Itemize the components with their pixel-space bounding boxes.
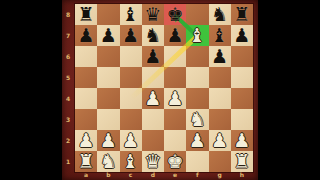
file-label-a: a bbox=[75, 171, 97, 179]
square-a7[interactable]: ♟ bbox=[75, 25, 97, 46]
square-d8[interactable]: ♛ bbox=[142, 4, 164, 25]
white-pawn: ♟ bbox=[122, 130, 139, 151]
file-label-b: b bbox=[97, 171, 119, 179]
square-h3[interactable] bbox=[231, 109, 253, 130]
square-g6[interactable]: ♟ bbox=[209, 46, 231, 67]
square-f4[interactable] bbox=[186, 88, 208, 109]
square-b7[interactable]: ♟ bbox=[97, 25, 119, 46]
white-king: ♚ bbox=[167, 151, 184, 172]
square-f3[interactable]: ♞ bbox=[186, 109, 208, 130]
square-e4[interactable]: ♟ bbox=[164, 88, 186, 109]
square-g7[interactable]: ♝ bbox=[209, 25, 231, 46]
square-d3[interactable] bbox=[142, 109, 164, 130]
white-pawn: ♟ bbox=[189, 130, 206, 151]
square-c4[interactable] bbox=[120, 88, 142, 109]
black-rook: ♜ bbox=[78, 4, 95, 25]
chess-board: ♜♝♛♚♞♜♟♟♟♞♟♝♝♟♟♟♟♟♞♟♟♟♟♟♟♜♞♝♛♚♜ bbox=[75, 4, 253, 172]
square-d1[interactable]: ♛ bbox=[142, 151, 164, 172]
square-f6[interactable] bbox=[186, 46, 208, 67]
rank-label-5: 5 bbox=[63, 67, 73, 88]
square-h1[interactable]: ♜ bbox=[231, 151, 253, 172]
black-rook: ♜ bbox=[233, 4, 250, 25]
square-d4[interactable]: ♟ bbox=[142, 88, 164, 109]
chess-board-frame: ♜♝♛♚♞♜♟♟♟♞♟♝♝♟♟♟♟♟♞♟♟♟♟♟♟♜♞♝♛♚♜ 87654321… bbox=[62, 0, 258, 180]
black-pawn: ♟ bbox=[100, 25, 117, 46]
square-a3[interactable] bbox=[75, 109, 97, 130]
square-g3[interactable] bbox=[209, 109, 231, 130]
white-pawn: ♟ bbox=[100, 130, 117, 151]
white-pawn: ♟ bbox=[211, 130, 228, 151]
black-pawn: ♟ bbox=[144, 46, 161, 67]
square-c2[interactable]: ♟ bbox=[120, 130, 142, 151]
square-d6[interactable]: ♟ bbox=[142, 46, 164, 67]
white-queen: ♛ bbox=[144, 151, 161, 172]
white-pawn: ♟ bbox=[78, 130, 95, 151]
white-pawn: ♟ bbox=[144, 88, 161, 109]
square-c5[interactable] bbox=[120, 67, 142, 88]
square-h6[interactable] bbox=[231, 46, 253, 67]
file-label-d: d bbox=[142, 171, 164, 179]
square-g2[interactable]: ♟ bbox=[209, 130, 231, 151]
black-bishop: ♝ bbox=[211, 25, 228, 46]
black-pawn: ♟ bbox=[167, 25, 184, 46]
black-queen: ♛ bbox=[144, 4, 161, 25]
white-bishop: ♝ bbox=[189, 25, 206, 46]
black-king: ♚ bbox=[167, 4, 184, 25]
square-f2[interactable]: ♟ bbox=[186, 130, 208, 151]
square-b1[interactable]: ♞ bbox=[97, 151, 119, 172]
square-b5[interactable] bbox=[97, 67, 119, 88]
square-f1[interactable] bbox=[186, 151, 208, 172]
square-a6[interactable] bbox=[75, 46, 97, 67]
square-a2[interactable]: ♟ bbox=[75, 130, 97, 151]
black-knight: ♞ bbox=[144, 25, 161, 46]
video-frame: ♜♝♛♚♞♜♟♟♟♞♟♝♝♟♟♟♟♟♞♟♟♟♟♟♟♜♞♝♛♚♜ 87654321… bbox=[0, 0, 320, 180]
square-c7[interactable]: ♟ bbox=[120, 25, 142, 46]
square-h5[interactable] bbox=[231, 67, 253, 88]
file-label-h: h bbox=[231, 171, 253, 179]
square-g4[interactable] bbox=[209, 88, 231, 109]
black-pawn: ♟ bbox=[122, 25, 139, 46]
square-h4[interactable] bbox=[231, 88, 253, 109]
square-h8[interactable]: ♜ bbox=[231, 4, 253, 25]
square-e2[interactable] bbox=[164, 130, 186, 151]
square-a8[interactable]: ♜ bbox=[75, 4, 97, 25]
file-label-g: g bbox=[209, 171, 231, 179]
square-f7[interactable]: ♝ bbox=[186, 25, 208, 46]
rank-label-8: 8 bbox=[63, 4, 73, 25]
white-bishop: ♝ bbox=[122, 151, 139, 172]
square-a4[interactable] bbox=[75, 88, 97, 109]
square-e5[interactable] bbox=[164, 67, 186, 88]
black-bishop: ♝ bbox=[122, 4, 139, 25]
square-c1[interactable]: ♝ bbox=[120, 151, 142, 172]
rank-label-6: 6 bbox=[63, 46, 73, 67]
square-f8[interactable] bbox=[186, 4, 208, 25]
square-e8[interactable]: ♚ bbox=[164, 4, 186, 25]
square-e3[interactable] bbox=[164, 109, 186, 130]
square-e1[interactable]: ♚ bbox=[164, 151, 186, 172]
rank-label-3: 3 bbox=[63, 109, 73, 130]
rank-label-2: 2 bbox=[63, 130, 73, 151]
square-b6[interactable] bbox=[97, 46, 119, 67]
white-pawn: ♟ bbox=[167, 88, 184, 109]
square-g5[interactable] bbox=[209, 67, 231, 88]
black-pawn: ♟ bbox=[211, 46, 228, 67]
square-e7[interactable]: ♟ bbox=[164, 25, 186, 46]
square-h7[interactable]: ♟ bbox=[231, 25, 253, 46]
rank-label-1: 1 bbox=[63, 151, 73, 172]
square-c3[interactable] bbox=[120, 109, 142, 130]
square-g8[interactable]: ♞ bbox=[209, 4, 231, 25]
white-knight: ♞ bbox=[189, 109, 206, 130]
rank-label-4: 4 bbox=[63, 88, 73, 109]
file-label-e: e bbox=[164, 171, 186, 179]
square-a1[interactable]: ♜ bbox=[75, 151, 97, 172]
white-rook: ♜ bbox=[78, 151, 95, 172]
file-label-c: c bbox=[120, 171, 142, 179]
square-c6[interactable] bbox=[120, 46, 142, 67]
white-pawn: ♟ bbox=[233, 130, 250, 151]
square-b4[interactable] bbox=[97, 88, 119, 109]
square-b2[interactable]: ♟ bbox=[97, 130, 119, 151]
rank-label-7: 7 bbox=[63, 25, 73, 46]
white-knight: ♞ bbox=[100, 151, 117, 172]
square-a5[interactable] bbox=[75, 67, 97, 88]
square-e6[interactable] bbox=[164, 46, 186, 67]
black-knight: ♞ bbox=[211, 4, 228, 25]
black-pawn: ♟ bbox=[233, 25, 250, 46]
file-label-f: f bbox=[186, 171, 208, 179]
square-d2[interactable] bbox=[142, 130, 164, 151]
square-b8[interactable] bbox=[97, 4, 119, 25]
square-d5[interactable] bbox=[142, 67, 164, 88]
square-d7[interactable]: ♞ bbox=[142, 25, 164, 46]
square-b3[interactable] bbox=[97, 109, 119, 130]
square-g1[interactable] bbox=[209, 151, 231, 172]
black-pawn: ♟ bbox=[78, 25, 95, 46]
white-rook: ♜ bbox=[233, 151, 250, 172]
square-c8[interactable]: ♝ bbox=[120, 4, 142, 25]
square-h2[interactable]: ♟ bbox=[231, 130, 253, 151]
square-f5[interactable] bbox=[186, 67, 208, 88]
